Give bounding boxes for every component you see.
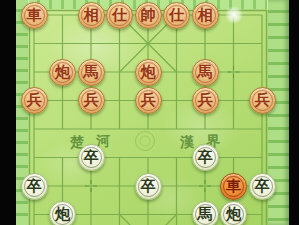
- piece-red-horse[interactable]: 馬: [78, 59, 105, 86]
- piece-red-soldier[interactable]: 兵: [78, 87, 105, 114]
- piece-red-cannon[interactable]: 炮: [135, 59, 162, 86]
- game-screenshot: 楚河 漢界 車相仕帥仕相炮馬炮馬兵兵兵兵兵卒卒卒卒車卒炮馬炮: [0, 0, 299, 225]
- piece-white-soldier[interactable]: 卒: [78, 144, 105, 171]
- piece-red-elephant[interactable]: 相: [192, 2, 219, 29]
- piece-red-general[interactable]: 帥: [135, 2, 162, 29]
- piece-red-soldier[interactable]: 兵: [21, 87, 48, 114]
- piece-red-advisor[interactable]: 仕: [106, 2, 133, 29]
- piece-red-elephant[interactable]: 相: [78, 2, 105, 29]
- piece-white-soldier[interactable]: 卒: [135, 173, 162, 200]
- piece-white-soldier[interactable]: 卒: [21, 173, 48, 200]
- piece-red-horse[interactable]: 馬: [192, 59, 219, 86]
- piece-white-cannon[interactable]: 炮: [220, 201, 247, 225]
- piece-white-horse[interactable]: 馬: [192, 201, 219, 225]
- piece-white-cannon[interactable]: 炮: [49, 201, 76, 225]
- piece-red-soldier[interactable]: 兵: [192, 87, 219, 114]
- piece-white-soldier[interactable]: 卒: [249, 173, 276, 200]
- piece-red-soldier[interactable]: 兵: [249, 87, 276, 114]
- piece-red-cannon[interactable]: 炮: [49, 59, 76, 86]
- piece-red-chariot[interactable]: 車: [21, 2, 48, 29]
- last-move-origin-marker: [225, 6, 243, 24]
- piece-red-soldier[interactable]: 兵: [135, 87, 162, 114]
- piece-red-chariot[interactable]: 車: [220, 173, 247, 200]
- piece-white-soldier[interactable]: 卒: [192, 144, 219, 171]
- piece-red-advisor[interactable]: 仕: [163, 2, 190, 29]
